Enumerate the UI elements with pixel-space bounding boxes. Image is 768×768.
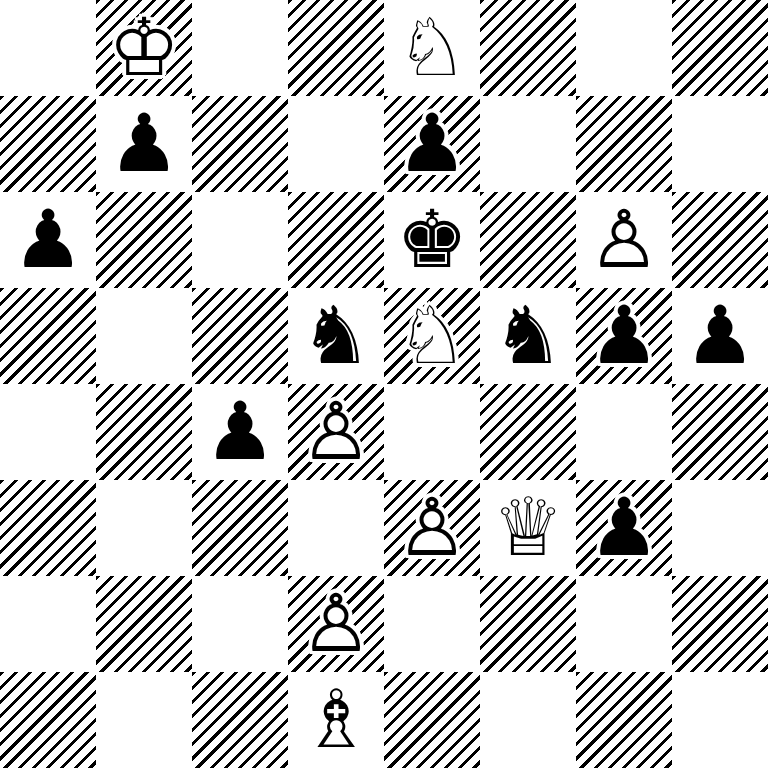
- square-g7[interactable]: [576, 96, 672, 192]
- square-e6[interactable]: ♚: [384, 192, 480, 288]
- white-pawn-outline: ♙: [576, 192, 672, 288]
- square-h2[interactable]: [672, 576, 768, 672]
- square-f7[interactable]: [480, 96, 576, 192]
- square-g8[interactable]: [576, 0, 672, 96]
- square-b3[interactable]: [96, 480, 192, 576]
- black-pawn-silhouette: ♟: [96, 96, 192, 192]
- white-bishop: ♝♗: [288, 672, 384, 768]
- white-bishop-outline: ♗: [288, 672, 384, 768]
- black-pawn-silhouette: ♟: [384, 96, 480, 192]
- square-e8[interactable]: ♞♘: [384, 0, 480, 96]
- white-queen: ♛♕: [480, 480, 576, 576]
- square-e5[interactable]: ♞♘: [384, 288, 480, 384]
- chess-board: ♚♔♞♘♟♟♟♚♟♙♞♞♘♞♟♟♟♟♙♟♙♛♕♟♟♙♝♗: [0, 0, 768, 768]
- square-d3[interactable]: [288, 480, 384, 576]
- black-pawn-silhouette: ♟: [0, 192, 96, 288]
- square-a5[interactable]: [0, 288, 96, 384]
- black-pawn: ♟: [576, 480, 672, 576]
- square-c3[interactable]: [192, 480, 288, 576]
- square-f6[interactable]: [480, 192, 576, 288]
- white-pawn-outline: ♙: [288, 576, 384, 672]
- black-pawn: ♟: [672, 288, 768, 384]
- square-e3[interactable]: ♟♙: [384, 480, 480, 576]
- square-h7[interactable]: [672, 96, 768, 192]
- white-pawn-outline: ♙: [288, 384, 384, 480]
- black-pawn-silhouette: ♟: [576, 288, 672, 384]
- square-a2[interactable]: [0, 576, 96, 672]
- square-c8[interactable]: [192, 0, 288, 96]
- white-king-outline: ♔: [96, 0, 192, 96]
- square-f1[interactable]: [480, 672, 576, 768]
- square-c1[interactable]: [192, 672, 288, 768]
- black-king-silhouette: ♚: [384, 192, 480, 288]
- square-b5[interactable]: [96, 288, 192, 384]
- square-g5[interactable]: ♟: [576, 288, 672, 384]
- square-d6[interactable]: [288, 192, 384, 288]
- black-pawn-silhouette: ♟: [672, 288, 768, 384]
- square-b2[interactable]: [96, 576, 192, 672]
- square-f3[interactable]: ♛♕: [480, 480, 576, 576]
- square-e7[interactable]: ♟: [384, 96, 480, 192]
- white-pawn: ♟♙: [288, 384, 384, 480]
- square-f8[interactable]: [480, 0, 576, 96]
- square-h5[interactable]: ♟: [672, 288, 768, 384]
- black-knight: ♞: [480, 288, 576, 384]
- square-d4[interactable]: ♟♙: [288, 384, 384, 480]
- white-pawn: ♟♙: [384, 480, 480, 576]
- square-h6[interactable]: [672, 192, 768, 288]
- black-king: ♚: [384, 192, 480, 288]
- square-h1[interactable]: [672, 672, 768, 768]
- square-b1[interactable]: [96, 672, 192, 768]
- white-pawn: ♟♙: [576, 192, 672, 288]
- square-a7[interactable]: [0, 96, 96, 192]
- square-a8[interactable]: [0, 0, 96, 96]
- black-pawn-silhouette: ♟: [192, 384, 288, 480]
- black-pawn-silhouette: ♟: [576, 480, 672, 576]
- square-b6[interactable]: [96, 192, 192, 288]
- square-d7[interactable]: [288, 96, 384, 192]
- square-b8[interactable]: ♚♔: [96, 0, 192, 96]
- black-pawn: ♟: [0, 192, 96, 288]
- black-pawn: ♟: [384, 96, 480, 192]
- square-a4[interactable]: [0, 384, 96, 480]
- square-h8[interactable]: [672, 0, 768, 96]
- square-g4[interactable]: [576, 384, 672, 480]
- square-c2[interactable]: [192, 576, 288, 672]
- white-knight: ♞♘: [384, 0, 480, 96]
- square-b4[interactable]: [96, 384, 192, 480]
- square-d8[interactable]: [288, 0, 384, 96]
- square-f5[interactable]: ♞: [480, 288, 576, 384]
- square-d5[interactable]: ♞: [288, 288, 384, 384]
- square-d1[interactable]: ♝♗: [288, 672, 384, 768]
- white-knight-outline: ♘: [384, 0, 480, 96]
- white-knight-outline: ♘: [384, 288, 480, 384]
- black-knight: ♞: [288, 288, 384, 384]
- square-h4[interactable]: [672, 384, 768, 480]
- black-pawn: ♟: [96, 96, 192, 192]
- white-pawn: ♟♙: [288, 576, 384, 672]
- square-f4[interactable]: [480, 384, 576, 480]
- square-c4[interactable]: ♟: [192, 384, 288, 480]
- square-f2[interactable]: [480, 576, 576, 672]
- square-e4[interactable]: [384, 384, 480, 480]
- square-c7[interactable]: [192, 96, 288, 192]
- square-h3[interactable]: [672, 480, 768, 576]
- white-king: ♚♔: [96, 0, 192, 96]
- square-a6[interactable]: ♟: [0, 192, 96, 288]
- white-knight: ♞♘: [384, 288, 480, 384]
- black-pawn: ♟: [576, 288, 672, 384]
- square-d2[interactable]: ♟♙: [288, 576, 384, 672]
- square-e1[interactable]: [384, 672, 480, 768]
- square-a1[interactable]: [0, 672, 96, 768]
- square-g1[interactable]: [576, 672, 672, 768]
- black-pawn: ♟: [192, 384, 288, 480]
- square-e2[interactable]: [384, 576, 480, 672]
- square-c5[interactable]: [192, 288, 288, 384]
- white-pawn-outline: ♙: [384, 480, 480, 576]
- square-b7[interactable]: ♟: [96, 96, 192, 192]
- square-a3[interactable]: [0, 480, 96, 576]
- square-g3[interactable]: ♟: [576, 480, 672, 576]
- black-knight-silhouette: ♞: [480, 288, 576, 384]
- square-g2[interactable]: [576, 576, 672, 672]
- square-g6[interactable]: ♟♙: [576, 192, 672, 288]
- black-knight-silhouette: ♞: [288, 288, 384, 384]
- square-c6[interactable]: [192, 192, 288, 288]
- white-queen-outline: ♕: [480, 480, 576, 576]
